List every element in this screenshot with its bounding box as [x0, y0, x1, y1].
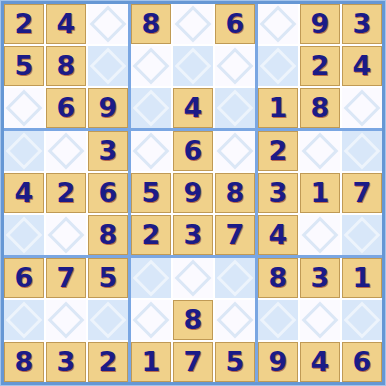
cell-r2c4[interactable] [131, 46, 171, 86]
cell-r7c7: 8 [258, 258, 298, 298]
cell-r3c2: 6 [46, 88, 86, 128]
cell-r1c4: 8 [131, 4, 171, 44]
given-digit: 5 [216, 343, 254, 381]
cell-r5c1: 4 [4, 173, 44, 213]
cell-r8c9[interactable] [342, 300, 382, 340]
cell-r2c8: 2 [300, 46, 340, 86]
cell-r9c5: 7 [173, 342, 213, 382]
diamond-icon [133, 90, 170, 127]
given-digit: 8 [132, 5, 170, 43]
cell-r1c9: 3 [342, 4, 382, 44]
given-digit: 1 [301, 174, 339, 212]
given-digit: 7 [174, 343, 212, 381]
cell-r7c8: 3 [300, 258, 340, 298]
cell-r4c4[interactable] [131, 131, 171, 171]
cell-r2c5[interactable] [173, 46, 213, 86]
diamond-icon [133, 133, 170, 170]
cell-r1c6: 6 [215, 4, 255, 44]
sudoku-board: 2486935824694183624265983178237467583188… [4, 4, 382, 382]
given-digit: 1 [343, 259, 381, 297]
cell-r8c7[interactable] [258, 300, 298, 340]
cell-r5c6: 8 [215, 173, 255, 213]
cell-r9c8: 4 [300, 342, 340, 382]
given-digit: 5 [132, 174, 170, 212]
cell-r9c7: 9 [258, 342, 298, 382]
given-digit: 6 [89, 174, 127, 212]
cell-r9c2: 3 [46, 342, 86, 382]
diamond-icon [217, 48, 254, 85]
given-digit: 3 [89, 132, 127, 170]
given-digit: 8 [259, 259, 297, 297]
diamond-icon [344, 133, 381, 170]
given-digit: 1 [259, 89, 297, 127]
cell-r6c9[interactable] [342, 215, 382, 255]
cell-r1c5[interactable] [173, 4, 213, 44]
cell-r6c6: 7 [215, 215, 255, 255]
given-digit: 7 [47, 259, 85, 297]
cell-r1c8: 9 [300, 4, 340, 44]
given-digit: 6 [343, 343, 381, 381]
cell-r3c1[interactable] [4, 88, 44, 128]
diamond-icon [175, 6, 212, 43]
given-digit: 6 [174, 132, 212, 170]
cell-r6c3: 8 [88, 215, 128, 255]
cell-r5c7: 3 [258, 173, 298, 213]
given-digit: 2 [301, 47, 339, 85]
cell-r5c3: 6 [88, 173, 128, 213]
cell-r9c6: 5 [215, 342, 255, 382]
given-digit: 9 [259, 343, 297, 381]
cell-r7c5[interactable] [173, 258, 213, 298]
cell-r4c3: 3 [88, 131, 128, 171]
cell-r8c1[interactable] [4, 300, 44, 340]
given-digit: 8 [89, 216, 127, 254]
given-digit: 7 [216, 216, 254, 254]
given-digit: 5 [5, 47, 43, 85]
cell-r9c9: 6 [342, 342, 382, 382]
given-digit: 3 [259, 174, 297, 212]
given-digit: 1 [132, 343, 170, 381]
cell-r8c5: 8 [173, 300, 213, 340]
given-digit: 4 [5, 174, 43, 212]
given-digit: 8 [216, 174, 254, 212]
cell-r6c4: 2 [131, 215, 171, 255]
given-digit: 5 [89, 259, 127, 297]
cell-r4c2[interactable] [46, 131, 86, 171]
cell-r4c8[interactable] [300, 131, 340, 171]
diamond-icon [217, 302, 254, 339]
cell-r3c3: 9 [88, 88, 128, 128]
given-digit: 2 [89, 343, 127, 381]
diamond-icon [48, 133, 85, 170]
given-digit: 4 [174, 89, 212, 127]
diamond-icon [344, 90, 381, 127]
given-digit: 8 [5, 343, 43, 381]
cell-r6c8[interactable] [300, 215, 340, 255]
given-digit: 9 [301, 5, 339, 43]
cell-r6c2[interactable] [46, 215, 86, 255]
diamond-icon [6, 217, 43, 254]
cell-r2c9: 4 [342, 46, 382, 86]
given-digit: 9 [89, 89, 127, 127]
given-digit: 4 [343, 47, 381, 85]
cell-r2c2: 8 [46, 46, 86, 86]
cell-r5c8: 1 [300, 173, 340, 213]
cell-r9c1: 8 [4, 342, 44, 382]
given-digit: 8 [174, 301, 212, 339]
cell-r7c6[interactable] [215, 258, 255, 298]
cell-r6c7: 4 [258, 215, 298, 255]
diamond-icon [90, 6, 127, 43]
cell-r7c3: 5 [88, 258, 128, 298]
cell-r4c5: 6 [173, 131, 213, 171]
cell-r7c4[interactable] [131, 258, 171, 298]
cell-r8c3[interactable] [88, 300, 128, 340]
diamond-icon [175, 48, 212, 85]
cell-r2c1: 5 [4, 46, 44, 86]
diamond-icon [344, 302, 381, 339]
given-digit: 4 [259, 216, 297, 254]
diamond-icon [302, 302, 339, 339]
cell-r1c1: 2 [4, 4, 44, 44]
diamond-icon [260, 6, 297, 43]
given-digit: 2 [259, 132, 297, 170]
given-digit: 6 [5, 259, 43, 297]
cell-r8c8[interactable] [300, 300, 340, 340]
cell-r3c4[interactable] [131, 88, 171, 128]
cell-r2c6[interactable] [215, 46, 255, 86]
cell-r4c9[interactable] [342, 131, 382, 171]
diamond-icon [217, 90, 254, 127]
cell-r1c2: 4 [46, 4, 86, 44]
given-digit: 6 [216, 5, 254, 43]
diamond-icon [217, 133, 254, 170]
diamond-icon [6, 90, 43, 127]
diamond-icon [260, 48, 297, 85]
diamond-icon [302, 217, 339, 254]
cell-r8c2[interactable] [46, 300, 86, 340]
diamond-icon [133, 48, 170, 85]
given-digit: 3 [47, 343, 85, 381]
given-digit: 4 [301, 343, 339, 381]
cell-r4c6[interactable] [215, 131, 255, 171]
given-digit: 3 [174, 216, 212, 254]
cell-r6c5: 3 [173, 215, 213, 255]
given-digit: 9 [174, 174, 212, 212]
given-digit: 3 [301, 259, 339, 297]
cell-r7c9: 1 [342, 258, 382, 298]
cell-r3c7: 1 [258, 88, 298, 128]
cell-r7c1: 6 [4, 258, 44, 298]
sudoku-board-frame: 2486935824694183624265983178237467583188… [1, 1, 385, 385]
diamond-icon [260, 302, 297, 339]
diamond-icon [90, 302, 127, 339]
diamond-icon [6, 302, 43, 339]
cell-r2c3[interactable] [88, 46, 128, 86]
cell-r4c1[interactable] [4, 131, 44, 171]
cell-r9c3: 2 [88, 342, 128, 382]
given-digit: 4 [47, 5, 85, 43]
given-digit: 8 [301, 89, 339, 127]
given-digit: 2 [47, 174, 85, 212]
given-digit: 6 [47, 89, 85, 127]
given-digit: 2 [5, 5, 43, 43]
cell-r3c5: 4 [173, 88, 213, 128]
diamond-icon [133, 302, 170, 339]
diamond-icon [6, 133, 43, 170]
cell-r3c8: 8 [300, 88, 340, 128]
cell-r8c6[interactable] [215, 300, 255, 340]
diamond-icon [48, 302, 85, 339]
cell-r6c1[interactable] [4, 215, 44, 255]
cell-r3c6[interactable] [215, 88, 255, 128]
cell-r5c9: 7 [342, 173, 382, 213]
cell-r3c9[interactable] [342, 88, 382, 128]
given-digit: 3 [343, 5, 381, 43]
diamond-icon [302, 133, 339, 170]
cell-r5c2: 2 [46, 173, 86, 213]
cell-r1c3[interactable] [88, 4, 128, 44]
diamond-icon [344, 217, 381, 254]
diamond-icon [175, 260, 212, 297]
given-digit: 2 [132, 216, 170, 254]
given-digit: 7 [343, 174, 381, 212]
cell-r1c7[interactable] [258, 4, 298, 44]
cell-r9c4: 1 [131, 342, 171, 382]
given-digit: 8 [47, 47, 85, 85]
diamond-icon [133, 260, 170, 297]
cell-r4c7: 2 [258, 131, 298, 171]
cell-r5c4: 5 [131, 173, 171, 213]
diamond-icon [217, 260, 254, 297]
cell-r5c5: 9 [173, 173, 213, 213]
cell-r7c2: 7 [46, 258, 86, 298]
diamond-icon [90, 48, 127, 85]
cell-r8c4[interactable] [131, 300, 171, 340]
cell-r2c7[interactable] [258, 46, 298, 86]
diamond-icon [48, 217, 85, 254]
